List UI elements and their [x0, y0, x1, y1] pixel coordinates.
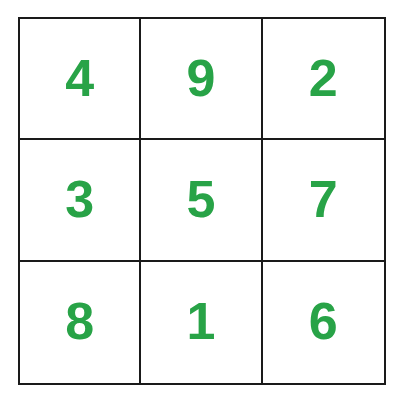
cell-value: 4: [65, 52, 94, 104]
cell-r2c2: 5: [141, 140, 262, 261]
cell-value: 2: [309, 52, 338, 104]
cell-r1c3: 2: [263, 19, 384, 140]
cell-value: 8: [65, 295, 94, 347]
cell-r1c2: 9: [141, 19, 262, 140]
cell-value: 6: [309, 295, 338, 347]
cell-value: 1: [187, 295, 216, 347]
cell-r3c1: 8: [20, 262, 141, 383]
cell-value: 9: [187, 52, 216, 104]
cell-value: 3: [65, 173, 94, 225]
magic-square-board: 4 9 2 3 5 7 8 1 6: [18, 17, 386, 385]
cell-r1c1: 4: [20, 19, 141, 140]
cell-value: 5: [187, 173, 216, 225]
cell-r2c3: 7: [263, 140, 384, 261]
cell-r2c1: 3: [20, 140, 141, 261]
cell-r3c2: 1: [141, 262, 262, 383]
cell-r3c3: 6: [263, 262, 384, 383]
cell-value: 7: [309, 173, 338, 225]
